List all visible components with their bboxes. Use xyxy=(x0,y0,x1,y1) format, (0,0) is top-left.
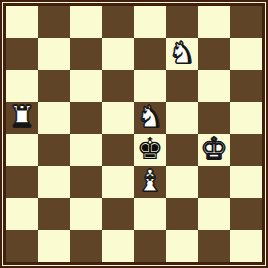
square-c5[interactable] xyxy=(70,102,102,134)
square-d2[interactable] xyxy=(102,198,134,230)
square-e4[interactable]: ♚ xyxy=(134,134,166,166)
square-e3[interactable]: ♝ xyxy=(134,166,166,198)
square-b1[interactable] xyxy=(38,230,70,262)
white-knight[interactable]: ♞ xyxy=(137,102,164,132)
white-rook[interactable]: ♜ xyxy=(9,102,36,132)
square-e8[interactable] xyxy=(134,6,166,38)
square-c7[interactable] xyxy=(70,38,102,70)
square-d6[interactable] xyxy=(102,70,134,102)
square-g7[interactable] xyxy=(198,38,230,70)
square-g8[interactable] xyxy=(198,6,230,38)
square-b2[interactable] xyxy=(38,198,70,230)
square-e7[interactable] xyxy=(134,38,166,70)
square-a7[interactable] xyxy=(6,38,38,70)
square-d8[interactable] xyxy=(102,6,134,38)
square-a2[interactable] xyxy=(6,198,38,230)
square-h2[interactable] xyxy=(230,198,262,230)
square-c2[interactable] xyxy=(70,198,102,230)
square-a1[interactable] xyxy=(6,230,38,262)
square-g4[interactable]: ♚ xyxy=(198,134,230,166)
square-a6[interactable] xyxy=(6,70,38,102)
square-g6[interactable] xyxy=(198,70,230,102)
square-c1[interactable] xyxy=(70,230,102,262)
white-bishop[interactable]: ♝ xyxy=(137,166,164,196)
square-h5[interactable] xyxy=(230,102,262,134)
square-b3[interactable] xyxy=(38,166,70,198)
square-f1[interactable] xyxy=(166,230,198,262)
square-a4[interactable] xyxy=(6,134,38,166)
square-c6[interactable] xyxy=(70,70,102,102)
square-f4[interactable] xyxy=(166,134,198,166)
square-g5[interactable] xyxy=(198,102,230,134)
square-h8[interactable] xyxy=(230,6,262,38)
square-d5[interactable] xyxy=(102,102,134,134)
white-knight[interactable]: ♞ xyxy=(169,38,196,68)
square-f8[interactable] xyxy=(166,6,198,38)
board: ♞♜♞♚♚♝ xyxy=(6,6,262,262)
square-d3[interactable] xyxy=(102,166,134,198)
square-e6[interactable] xyxy=(134,70,166,102)
square-b7[interactable] xyxy=(38,38,70,70)
square-c8[interactable] xyxy=(70,6,102,38)
square-c3[interactable] xyxy=(70,166,102,198)
square-g2[interactable] xyxy=(198,198,230,230)
square-f5[interactable] xyxy=(166,102,198,134)
square-b8[interactable] xyxy=(38,6,70,38)
square-h1[interactable] xyxy=(230,230,262,262)
square-a3[interactable] xyxy=(6,166,38,198)
square-a8[interactable] xyxy=(6,6,38,38)
square-f2[interactable] xyxy=(166,198,198,230)
square-f6[interactable] xyxy=(166,70,198,102)
square-d4[interactable] xyxy=(102,134,134,166)
white-king[interactable]: ♚ xyxy=(201,134,228,164)
square-h7[interactable] xyxy=(230,38,262,70)
square-h3[interactable] xyxy=(230,166,262,198)
square-d7[interactable] xyxy=(102,38,134,70)
square-d1[interactable] xyxy=(102,230,134,262)
square-b5[interactable] xyxy=(38,102,70,134)
square-c4[interactable] xyxy=(70,134,102,166)
square-f3[interactable] xyxy=(166,166,198,198)
black-king[interactable]: ♚ xyxy=(137,134,164,164)
square-g1[interactable] xyxy=(198,230,230,262)
square-h6[interactable] xyxy=(230,70,262,102)
square-g3[interactable] xyxy=(198,166,230,198)
square-b6[interactable] xyxy=(38,70,70,102)
square-h4[interactable] xyxy=(230,134,262,166)
square-e1[interactable] xyxy=(134,230,166,262)
square-f7[interactable]: ♞ xyxy=(166,38,198,70)
board-frame: ♞♜♞♚♚♝ xyxy=(0,0,268,268)
square-a5[interactable]: ♜ xyxy=(6,102,38,134)
square-e5[interactable]: ♞ xyxy=(134,102,166,134)
square-e2[interactable] xyxy=(134,198,166,230)
square-b4[interactable] xyxy=(38,134,70,166)
